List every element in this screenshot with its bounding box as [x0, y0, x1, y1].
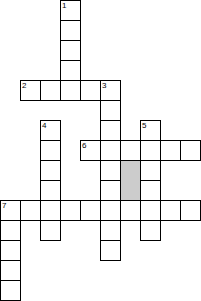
crossword-cell[interactable]: [60, 20, 81, 41]
crossword-cell[interactable]: [40, 220, 61, 241]
crossword-cell[interactable]: [140, 180, 161, 201]
crossword-cell[interactable]: [60, 40, 81, 61]
crossword-cell[interactable]: [40, 160, 61, 181]
crossword-cell[interactable]: [60, 200, 81, 221]
crossword-cell[interactable]: [0, 220, 21, 241]
crossword-cell[interactable]: [140, 200, 161, 221]
crossword-cell[interactable]: [0, 240, 21, 261]
crossword-cell[interactable]: [100, 140, 121, 161]
crossword-cell[interactable]: [40, 200, 61, 221]
crossword-cell[interactable]: [100, 180, 121, 201]
crossword-cell[interactable]: [100, 120, 121, 141]
crossword-cell[interactable]: [20, 200, 41, 221]
crossword-cell[interactable]: [100, 160, 121, 181]
crossword-cell[interactable]: [40, 180, 61, 201]
crossword-cell[interactable]: [120, 140, 141, 161]
crossword-cell[interactable]: [160, 200, 181, 221]
crossword-cell[interactable]: [0, 260, 21, 281]
crossword-cell[interactable]: [120, 200, 141, 221]
crossword-cell[interactable]: [80, 140, 101, 161]
crossword-cell[interactable]: [0, 280, 21, 301]
crossword-cell[interactable]: [180, 200, 201, 221]
crossword-cell[interactable]: [160, 140, 181, 161]
crossword-cell[interactable]: [80, 200, 101, 221]
crossword-cell-highlighted[interactable]: [120, 160, 141, 201]
crossword-cell[interactable]: [40, 80, 61, 101]
crossword-cell[interactable]: [80, 80, 101, 101]
crossword-cell[interactable]: [100, 80, 121, 101]
crossword-cell[interactable]: [140, 140, 161, 161]
crossword-cell[interactable]: [140, 160, 161, 181]
crossword-cell[interactable]: [100, 200, 121, 221]
crossword-cell[interactable]: [60, 80, 81, 101]
crossword-cell[interactable]: [60, 60, 81, 81]
crossword-cell[interactable]: [100, 240, 121, 261]
crossword-cell[interactable]: [140, 120, 161, 141]
crossword-cell[interactable]: [40, 140, 61, 161]
crossword-board: 1234567: [0, 0, 201, 301]
crossword-cell[interactable]: [20, 80, 41, 101]
crossword-cell[interactable]: [180, 140, 201, 161]
crossword-cell[interactable]: [40, 120, 61, 141]
crossword-cell[interactable]: [100, 100, 121, 121]
crossword-cell[interactable]: [0, 200, 21, 221]
crossword-cell[interactable]: [140, 220, 161, 241]
crossword-cell[interactable]: [100, 220, 121, 241]
crossword-cell[interactable]: [60, 0, 81, 21]
